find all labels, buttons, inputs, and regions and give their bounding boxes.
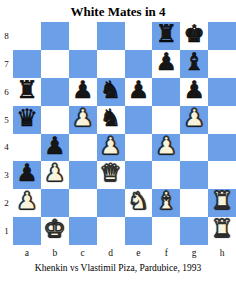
square-a7[interactable] xyxy=(13,50,41,78)
square-d4[interactable]: ♟ xyxy=(97,134,125,162)
square-f8[interactable]: ♜ xyxy=(152,22,180,50)
rank-label-4: 4 xyxy=(0,134,13,162)
square-e2[interactable]: ♞ xyxy=(125,189,153,217)
black-bishop-g7: ♝ xyxy=(183,50,205,77)
white-pawn-c5: ♟ xyxy=(72,106,94,133)
white-pawn-d4: ♟ xyxy=(100,134,122,161)
square-h3[interactable] xyxy=(208,161,236,189)
chess-board: ♜♚♟♝♜♟♞♟♟♛♟♞♟♟♟♟♟♟♛♟♞♝♜♚♜ xyxy=(13,22,236,245)
square-c6[interactable]: ♟ xyxy=(69,78,97,106)
square-g6[interactable]: ♟ xyxy=(180,78,208,106)
square-f3[interactable] xyxy=(152,161,180,189)
black-queen-a5: ♛ xyxy=(16,106,38,133)
rank-label-6: 6 xyxy=(0,78,13,106)
square-b8[interactable] xyxy=(41,22,69,50)
black-rook-f8: ♜ xyxy=(156,22,178,49)
black-pawn-a3: ♟ xyxy=(16,161,38,188)
square-d5[interactable]: ♞ xyxy=(97,106,125,134)
black-pawn-c6: ♟ xyxy=(72,78,94,105)
square-h6[interactable] xyxy=(208,78,236,106)
black-pawn-b4: ♟ xyxy=(44,134,66,161)
square-a6[interactable]: ♜ xyxy=(13,78,41,106)
square-a4[interactable] xyxy=(13,134,41,162)
square-g1[interactable] xyxy=(180,217,208,245)
square-f5[interactable] xyxy=(152,106,180,134)
square-a1[interactable] xyxy=(13,217,41,245)
rank-label-2: 2 xyxy=(0,189,13,217)
game-caption: Khenkin vs Vlastimil Piza, Pardubice, 19… xyxy=(0,263,236,273)
square-b6[interactable] xyxy=(41,78,69,106)
square-e1[interactable] xyxy=(125,217,153,245)
square-g2[interactable] xyxy=(180,189,208,217)
file-label-c: c xyxy=(69,245,97,261)
file-label-h: h xyxy=(208,245,236,261)
file-label-a: a xyxy=(13,245,41,261)
white-knight-e2: ♞ xyxy=(128,189,150,216)
black-king-g8: ♚ xyxy=(183,22,205,49)
square-f6[interactable] xyxy=(152,78,180,106)
square-a5[interactable]: ♛ xyxy=(13,106,41,134)
black-rook-a6: ♜ xyxy=(16,78,38,105)
square-h2[interactable]: ♜ xyxy=(208,189,236,217)
square-a2[interactable]: ♟ xyxy=(13,189,41,217)
square-b4[interactable]: ♟ xyxy=(41,134,69,162)
square-c4[interactable] xyxy=(69,134,97,162)
black-pawn-f7: ♟ xyxy=(156,50,178,77)
square-e3[interactable] xyxy=(125,161,153,189)
white-king-b1: ♚ xyxy=(44,217,66,244)
black-pawn-g6: ♟ xyxy=(183,78,205,105)
black-knight-d6: ♞ xyxy=(100,78,122,105)
file-labels: abcdefgh xyxy=(13,245,236,261)
square-c3[interactable] xyxy=(69,161,97,189)
puzzle-page: White Mates in 4 87654321 ♜♚♟♝♜♟♞♟♟♛♟♞♟♟… xyxy=(0,0,236,284)
square-h7[interactable] xyxy=(208,50,236,78)
square-d2[interactable] xyxy=(97,189,125,217)
file-label-f: f xyxy=(152,245,180,261)
white-pawn-a2: ♟ xyxy=(16,189,38,216)
square-e4[interactable] xyxy=(125,134,153,162)
square-b2[interactable] xyxy=(41,189,69,217)
square-h5[interactable] xyxy=(208,106,236,134)
file-label-b: b xyxy=(41,245,69,261)
square-c5[interactable]: ♟ xyxy=(69,106,97,134)
rank-label-3: 3 xyxy=(0,161,13,189)
square-d7[interactable] xyxy=(97,50,125,78)
black-knight-d5: ♞ xyxy=(100,106,122,133)
square-c1[interactable] xyxy=(69,217,97,245)
square-f1[interactable] xyxy=(152,217,180,245)
square-b3[interactable]: ♟ xyxy=(41,161,69,189)
white-pawn-f4: ♟ xyxy=(156,134,178,161)
square-e5[interactable] xyxy=(125,106,153,134)
black-pawn-e6: ♟ xyxy=(128,78,150,105)
square-g4[interactable] xyxy=(180,134,208,162)
square-d3[interactable]: ♛ xyxy=(97,161,125,189)
square-e8[interactable] xyxy=(125,22,153,50)
white-bishop-f2: ♝ xyxy=(156,189,178,216)
rank-label-8: 8 xyxy=(0,22,13,50)
square-g7[interactable]: ♝ xyxy=(180,50,208,78)
square-h8[interactable] xyxy=(208,22,236,50)
file-label-e: e xyxy=(125,245,153,261)
rank-label-5: 5 xyxy=(0,106,13,134)
rank-labels: 87654321 xyxy=(0,22,13,245)
square-b5[interactable] xyxy=(41,106,69,134)
square-c2[interactable] xyxy=(69,189,97,217)
white-queen-d3: ♛ xyxy=(100,161,122,188)
square-c8[interactable] xyxy=(69,22,97,50)
puzzle-title: White Mates in 4 xyxy=(0,4,236,20)
rank-label-7: 7 xyxy=(0,50,13,78)
square-a8[interactable] xyxy=(13,22,41,50)
square-h1[interactable]: ♜ xyxy=(208,217,236,245)
square-a3[interactable]: ♟ xyxy=(13,161,41,189)
square-g5[interactable]: ♟ xyxy=(180,106,208,134)
square-e7[interactable] xyxy=(125,50,153,78)
square-g3[interactable] xyxy=(180,161,208,189)
square-h4[interactable] xyxy=(208,134,236,162)
square-d1[interactable] xyxy=(97,217,125,245)
square-f4[interactable]: ♟ xyxy=(152,134,180,162)
white-rook-h1: ♜ xyxy=(211,217,233,244)
square-b1[interactable]: ♚ xyxy=(41,217,69,245)
white-rook-h2: ♜ xyxy=(211,189,233,216)
square-d6[interactable]: ♞ xyxy=(97,78,125,106)
square-f7[interactable]: ♟ xyxy=(152,50,180,78)
file-label-g: g xyxy=(180,245,208,261)
square-d8[interactable] xyxy=(97,22,125,50)
rank-label-1: 1 xyxy=(0,217,13,245)
square-b7[interactable] xyxy=(41,50,69,78)
square-e6[interactable]: ♟ xyxy=(125,78,153,106)
square-f2[interactable]: ♝ xyxy=(152,189,180,217)
board-area: 87654321 ♜♚♟♝♜♟♞♟♟♛♟♞♟♟♟♟♟♟♛♟♞♝♜♚♜ xyxy=(0,22,236,245)
square-c7[interactable] xyxy=(69,50,97,78)
white-pawn-b3: ♟ xyxy=(44,161,66,188)
file-label-d: d xyxy=(97,245,125,261)
white-pawn-g5: ♟ xyxy=(183,106,205,133)
square-g8[interactable]: ♚ xyxy=(180,22,208,50)
